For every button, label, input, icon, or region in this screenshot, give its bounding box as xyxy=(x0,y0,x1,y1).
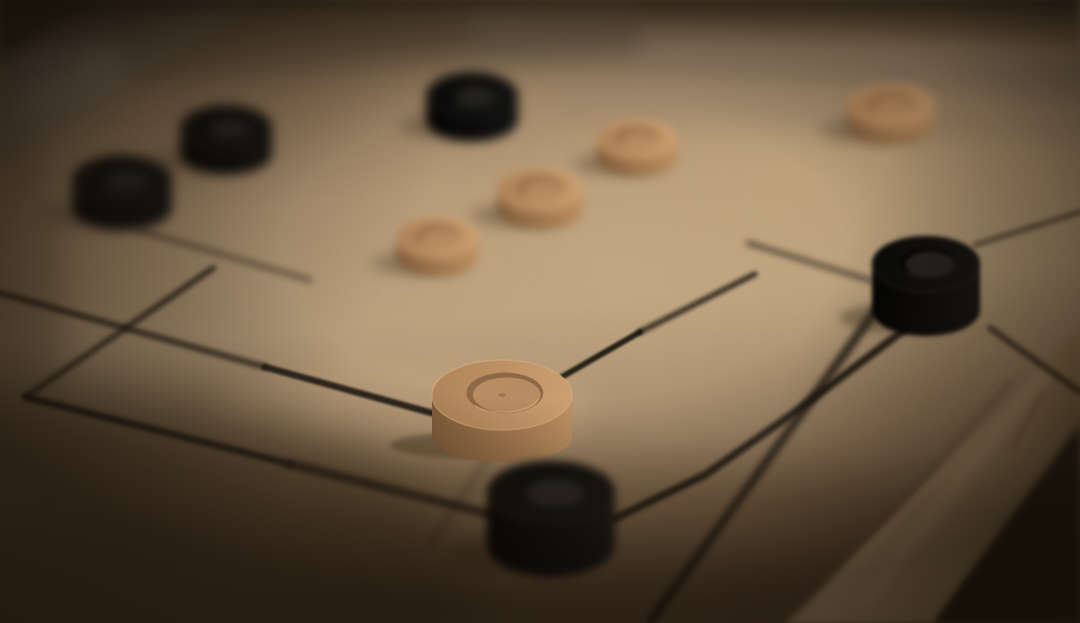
board-photo xyxy=(0,0,1080,623)
morris-board-scene xyxy=(0,0,1080,623)
